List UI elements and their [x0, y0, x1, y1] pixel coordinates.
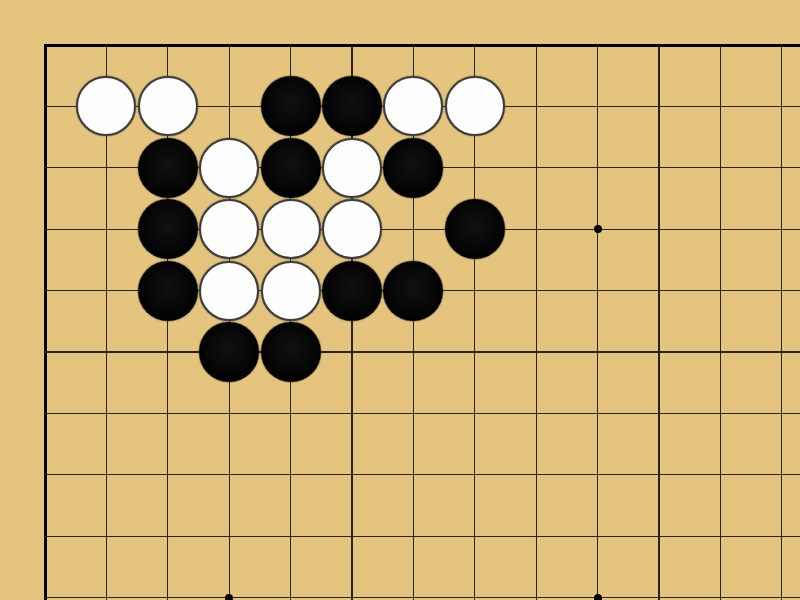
black-stone-F18 [322, 76, 382, 136]
board-stone-grid [14, 14, 800, 600]
white-stone-H18 [445, 76, 505, 136]
black-stone-E17 [261, 138, 321, 198]
white-stone-D15 [199, 261, 259, 321]
white-stone-C18 [138, 76, 198, 136]
black-stone-E14 [261, 322, 321, 382]
white-stone-D17 [199, 138, 259, 198]
black-stone-F15 [322, 261, 382, 321]
black-stone-C15 [138, 261, 198, 321]
black-stone-D14 [199, 322, 259, 382]
white-stone-F17 [322, 138, 382, 198]
white-stone-D16 [199, 199, 259, 259]
white-stone-E16 [261, 199, 321, 259]
black-stone-C17 [138, 138, 198, 198]
white-stone-E15 [261, 261, 321, 321]
black-stone-E18 [261, 76, 321, 136]
black-stone-G15 [383, 261, 443, 321]
white-stone-F16 [322, 199, 382, 259]
black-stone-H16 [445, 199, 505, 259]
go-board[interactable] [0, 0, 800, 600]
white-stone-G18 [383, 76, 443, 136]
black-stone-G17 [383, 138, 443, 198]
white-stone-B18 [76, 76, 136, 136]
black-stone-C16 [138, 199, 198, 259]
